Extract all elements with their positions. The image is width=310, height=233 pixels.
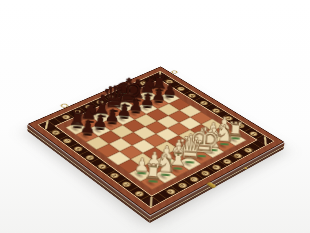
coordinate-medallion-6: 6	[187, 93, 198, 99]
coordinate-medallion-f: f	[221, 158, 233, 165]
coordinate-medallion-c: c	[188, 175, 200, 182]
chess-set-photo: 87654321 87654321 hgfedcba hgfedcba ♜♞♝♛…	[0, 0, 310, 233]
coordinate-medallion-7: 7	[62, 137, 74, 144]
coordinate-medallion-e: e	[211, 163, 223, 170]
coordinate-medallion-5: 5	[85, 154, 97, 161]
coordinate-medallion-5: 5	[199, 100, 210, 106]
coordinate-medallion-g: g	[232, 152, 244, 159]
coordinate-medallion-a: a	[165, 187, 177, 195]
board-perspective-wrapper: 87654321 87654321 hgfedcba hgfedcba ♜♞♝♛…	[65, 42, 247, 224]
coordinate-medallion-8: 8	[50, 129, 61, 136]
coordinate-medallion-3: 3	[109, 172, 121, 179]
piece-light-rook-a1: ♜	[140, 175, 164, 190]
coordinate-medallion-1: 1	[248, 130, 259, 136]
coordinate-medallion-4: 4	[97, 163, 109, 170]
coordinate-medallion-6: 6	[73, 146, 85, 153]
piece-upright: ♟	[74, 118, 101, 137]
pawn-icon: ♟	[74, 118, 101, 137]
coordinate-medallion-b: b	[177, 181, 189, 188]
coordinate-medallion-2: 2	[121, 181, 133, 188]
coordinate-medallion-1: 1	[134, 190, 146, 198]
coordinate-medallion-h: h	[243, 146, 254, 153]
chess-board: 87654321 87654321 hgfedcba hgfedcba ♜♞♝♛…	[28, 66, 285, 215]
rook-icon: ♜	[139, 160, 168, 183]
coordinate-medallion-d: d	[199, 169, 211, 176]
piece-upright: ♜	[139, 160, 168, 183]
